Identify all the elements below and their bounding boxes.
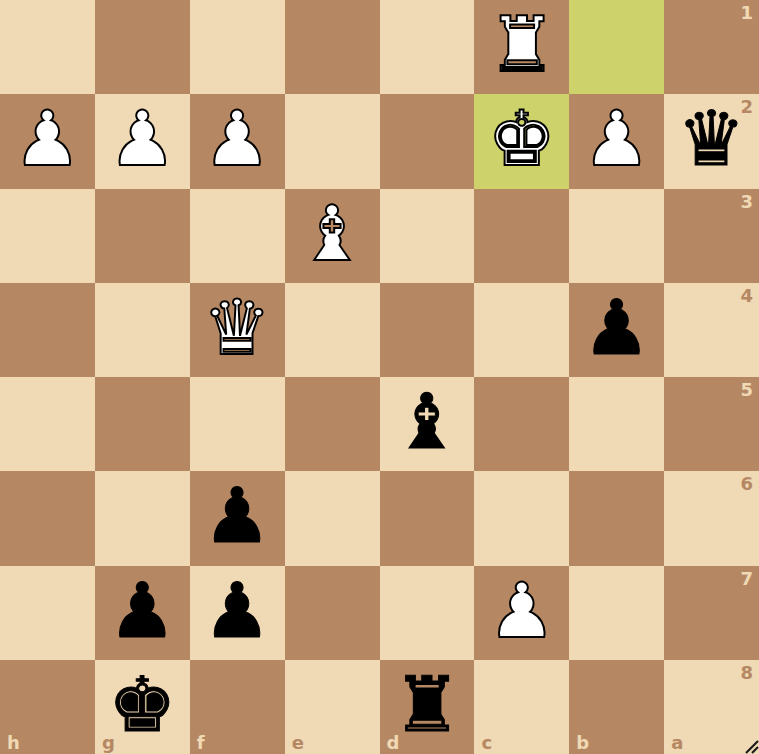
square-g4[interactable] [95,283,190,377]
square-d3[interactable] [380,189,475,283]
square-f6[interactable]: ♟ [190,471,285,565]
square-a7[interactable]: 7 [664,566,759,660]
white-pawn[interactable]: ♟ [488,573,556,649]
square-a6[interactable]: 6 [664,471,759,565]
square-h7[interactable] [0,566,95,660]
square-d6[interactable] [380,471,475,565]
square-h8[interactable]: h [0,660,95,754]
square-h2[interactable]: ♟ [0,94,95,188]
file-label-b: b [576,734,589,752]
square-f2[interactable]: ♟ [190,94,285,188]
white-queen[interactable]: ♛ [203,290,271,366]
square-e1[interactable] [285,0,380,94]
file-label-d: d [387,734,400,752]
square-g3[interactable] [95,189,190,283]
white-pawn[interactable]: ♟ [13,101,81,177]
chess-board: ♜1♟♟♟♚♟♛2♝3♛♟4♝5♟6♟♟♟7h♚gfe♜dcb8a [0,0,759,754]
square-g5[interactable] [95,377,190,471]
rank-label-1: 1 [740,4,753,22]
square-e8[interactable]: e [285,660,380,754]
white-pawn[interactable]: ♟ [108,101,176,177]
square-b6[interactable] [569,471,664,565]
square-f4[interactable]: ♛ [190,283,285,377]
black-bishop[interactable]: ♝ [393,384,461,460]
square-d8[interactable]: ♜d [380,660,475,754]
square-c7[interactable]: ♟ [474,566,569,660]
square-b8[interactable]: b [569,660,664,754]
file-label-e: e [292,734,304,752]
rank-label-3: 3 [740,193,753,211]
rank-label-2: 2 [740,98,753,116]
black-pawn[interactable]: ♟ [203,478,271,554]
square-d2[interactable] [380,94,475,188]
square-c6[interactable] [474,471,569,565]
square-h4[interactable] [0,283,95,377]
square-b3[interactable] [569,189,664,283]
file-label-g: g [102,734,115,752]
square-c4[interactable] [474,283,569,377]
square-g2[interactable]: ♟ [95,94,190,188]
black-king[interactable]: ♚ [108,667,176,743]
square-a5[interactable]: 5 [664,377,759,471]
file-label-a: a [671,734,683,752]
rank-label-4: 4 [740,287,753,305]
square-a2[interactable]: ♛2 [664,94,759,188]
square-f3[interactable] [190,189,285,283]
square-b4[interactable]: ♟ [569,283,664,377]
square-a1[interactable]: 1 [664,0,759,94]
black-pawn[interactable]: ♟ [108,573,176,649]
white-bishop[interactable]: ♝ [298,196,366,272]
square-d4[interactable] [380,283,475,377]
square-d7[interactable] [380,566,475,660]
square-e5[interactable] [285,377,380,471]
square-c2[interactable]: ♚ [474,94,569,188]
black-queen[interactable]: ♛ [677,101,745,177]
rank-label-7: 7 [740,570,753,588]
square-a3[interactable]: 3 [664,189,759,283]
file-label-f: f [197,734,205,752]
white-king[interactable]: ♚ [488,101,556,177]
black-pawn[interactable]: ♟ [203,573,271,649]
square-e4[interactable] [285,283,380,377]
square-b7[interactable] [569,566,664,660]
square-b2[interactable]: ♟ [569,94,664,188]
square-c5[interactable] [474,377,569,471]
white-rook[interactable]: ♜ [488,7,556,83]
board-resize-handle-icon[interactable] [739,734,759,754]
black-pawn[interactable]: ♟ [583,290,651,366]
file-label-c: c [481,734,492,752]
square-e3[interactable]: ♝ [285,189,380,283]
square-h3[interactable] [0,189,95,283]
white-pawn[interactable]: ♟ [203,101,271,177]
square-f1[interactable] [190,0,285,94]
rank-label-6: 6 [740,475,753,493]
white-pawn[interactable]: ♟ [583,101,651,177]
square-a4[interactable]: 4 [664,283,759,377]
square-b5[interactable] [569,377,664,471]
square-h5[interactable] [0,377,95,471]
square-c3[interactable] [474,189,569,283]
square-e6[interactable] [285,471,380,565]
square-f5[interactable] [190,377,285,471]
square-e7[interactable] [285,566,380,660]
file-label-h: h [7,734,20,752]
square-d1[interactable] [380,0,475,94]
black-rook[interactable]: ♜ [393,667,461,743]
square-b1[interactable] [569,0,664,94]
square-h1[interactable] [0,0,95,94]
square-e2[interactable] [285,94,380,188]
square-g7[interactable]: ♟ [95,566,190,660]
square-g8[interactable]: ♚g [95,660,190,754]
square-c8[interactable]: c [474,660,569,754]
square-c1[interactable]: ♜ [474,0,569,94]
rank-label-8: 8 [740,664,753,682]
square-h6[interactable] [0,471,95,565]
square-d5[interactable]: ♝ [380,377,475,471]
square-g6[interactable] [95,471,190,565]
square-f8[interactable]: f [190,660,285,754]
square-g1[interactable] [95,0,190,94]
square-f7[interactable]: ♟ [190,566,285,660]
rank-label-5: 5 [740,381,753,399]
